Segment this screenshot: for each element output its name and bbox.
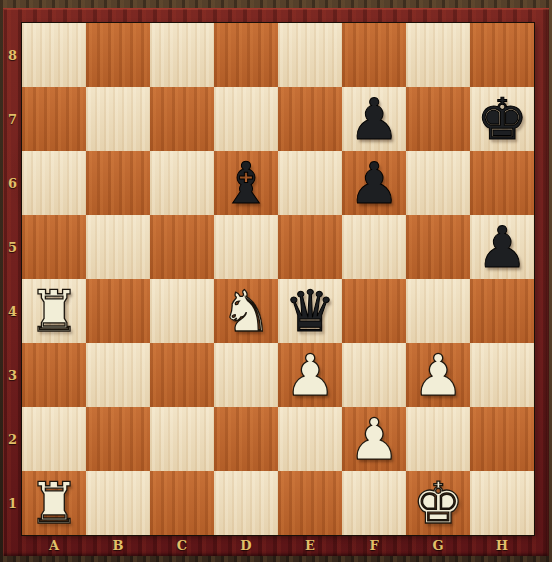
square-a8[interactable] — [22, 23, 86, 87]
square-d7[interactable] — [214, 87, 278, 151]
square-h2[interactable] — [470, 407, 534, 471]
rank-label-2: 2 — [3, 407, 22, 471]
square-f1[interactable] — [342, 471, 406, 535]
piece-white-pawn[interactable]: ♟ — [342, 407, 406, 471]
rank-label-5: 5 — [3, 215, 22, 279]
square-a3[interactable] — [22, 343, 86, 407]
square-e3[interactable]: ♟ — [278, 343, 342, 407]
square-h6[interactable] — [470, 151, 534, 215]
square-b8[interactable] — [86, 23, 150, 87]
square-g6[interactable] — [406, 151, 470, 215]
square-h4[interactable] — [470, 279, 534, 343]
rank-label-text: 3 — [8, 368, 17, 383]
square-c8[interactable] — [150, 23, 214, 87]
chess-app-window: 87654321 ♟♚♝♟♟♜♞♛♟♟♟♜♚ ABCDEFGH — [0, 0, 552, 562]
square-e5[interactable] — [278, 215, 342, 279]
square-f8[interactable] — [342, 23, 406, 87]
square-c6[interactable] — [150, 151, 214, 215]
square-f7[interactable]: ♟ — [342, 87, 406, 151]
chess-board[interactable]: ♟♚♝♟♟♜♞♛♟♟♟♜♚ — [22, 23, 534, 535]
file-label-text: D — [240, 538, 251, 553]
rank-label-text: 4 — [8, 304, 17, 319]
square-h3[interactable] — [470, 343, 534, 407]
file-label-a: A — [22, 535, 86, 556]
square-c1[interactable] — [150, 471, 214, 535]
file-label-text: G — [432, 538, 443, 553]
piece-black-pawn[interactable]: ♟ — [342, 87, 406, 151]
square-c2[interactable] — [150, 407, 214, 471]
square-d6[interactable]: ♝ — [214, 151, 278, 215]
file-label-c: C — [150, 535, 214, 556]
square-g2[interactable] — [406, 407, 470, 471]
file-label-text: H — [496, 538, 508, 553]
square-g5[interactable] — [406, 215, 470, 279]
square-e1[interactable] — [278, 471, 342, 535]
square-a2[interactable] — [22, 407, 86, 471]
square-e2[interactable] — [278, 407, 342, 471]
rank-label-6: 6 — [3, 151, 22, 215]
rank-label-text: 6 — [8, 176, 17, 191]
piece-black-bishop[interactable]: ♝ — [214, 151, 278, 215]
piece-black-pawn[interactable]: ♟ — [342, 151, 406, 215]
piece-black-pawn[interactable]: ♟ — [470, 215, 534, 279]
piece-black-queen[interactable]: ♛ — [278, 279, 342, 343]
file-label-text: E — [305, 538, 315, 553]
square-d2[interactable] — [214, 407, 278, 471]
square-g1[interactable]: ♚ — [406, 471, 470, 535]
square-g4[interactable] — [406, 279, 470, 343]
piece-white-pawn[interactable]: ♟ — [406, 343, 470, 407]
square-g8[interactable] — [406, 23, 470, 87]
square-e4[interactable]: ♛ — [278, 279, 342, 343]
square-e8[interactable] — [278, 23, 342, 87]
square-g7[interactable] — [406, 87, 470, 151]
square-c4[interactable] — [150, 279, 214, 343]
square-b2[interactable] — [86, 407, 150, 471]
rank-label-text: 2 — [8, 432, 17, 447]
square-h7[interactable]: ♚ — [470, 87, 534, 151]
rank-label-7: 7 — [3, 87, 22, 151]
rank-label-text: 5 — [8, 240, 17, 255]
rank-labels: 87654321 — [3, 23, 22, 535]
file-label-text: B — [113, 538, 124, 553]
square-e6[interactable] — [278, 151, 342, 215]
piece-white-pawn[interactable]: ♟ — [278, 343, 342, 407]
square-b1[interactable] — [86, 471, 150, 535]
square-b5[interactable] — [86, 215, 150, 279]
square-b3[interactable] — [86, 343, 150, 407]
square-d5[interactable] — [214, 215, 278, 279]
file-label-text: F — [369, 538, 378, 553]
piece-white-rook[interactable]: ♜ — [22, 471, 86, 535]
piece-white-rook[interactable]: ♜ — [22, 279, 86, 343]
piece-black-king[interactable]: ♚ — [470, 87, 534, 151]
square-d3[interactable] — [214, 343, 278, 407]
square-h5[interactable]: ♟ — [470, 215, 534, 279]
square-b7[interactable] — [86, 87, 150, 151]
rank-label-1: 1 — [3, 471, 22, 535]
square-f3[interactable] — [342, 343, 406, 407]
file-label-g: G — [406, 535, 470, 556]
file-label-f: F — [342, 535, 406, 556]
square-a4[interactable]: ♜ — [22, 279, 86, 343]
square-c7[interactable] — [150, 87, 214, 151]
square-a7[interactable] — [22, 87, 86, 151]
square-a5[interactable] — [22, 215, 86, 279]
piece-white-knight[interactable]: ♞ — [214, 279, 278, 343]
square-f4[interactable] — [342, 279, 406, 343]
square-h1[interactable] — [470, 471, 534, 535]
rank-label-8: 8 — [3, 23, 22, 87]
square-c5[interactable] — [150, 215, 214, 279]
square-g3[interactable]: ♟ — [406, 343, 470, 407]
file-label-e: E — [278, 535, 342, 556]
file-labels: ABCDEFGH — [22, 535, 534, 556]
square-h8[interactable] — [470, 23, 534, 87]
square-f2[interactable]: ♟ — [342, 407, 406, 471]
file-label-text: A — [49, 538, 59, 553]
square-f5[interactable] — [342, 215, 406, 279]
square-d1[interactable] — [214, 471, 278, 535]
square-c3[interactable] — [150, 343, 214, 407]
file-label-b: B — [86, 535, 150, 556]
file-label-h: H — [470, 535, 534, 556]
rank-label-text: 7 — [8, 112, 17, 127]
square-b4[interactable] — [86, 279, 150, 343]
square-a1[interactable]: ♜ — [22, 471, 86, 535]
piece-white-king[interactable]: ♚ — [406, 471, 470, 535]
square-e7[interactable] — [278, 87, 342, 151]
rank-label-4: 4 — [3, 279, 22, 343]
square-d4[interactable]: ♞ — [214, 279, 278, 343]
rank-label-text: 1 — [8, 496, 17, 511]
rank-label-3: 3 — [3, 343, 22, 407]
square-a6[interactable] — [22, 151, 86, 215]
rank-label-text: 8 — [8, 48, 17, 63]
file-label-d: D — [214, 535, 278, 556]
square-b6[interactable] — [86, 151, 150, 215]
file-label-text: C — [177, 538, 187, 553]
square-d8[interactable] — [214, 23, 278, 87]
square-f6[interactable]: ♟ — [342, 151, 406, 215]
